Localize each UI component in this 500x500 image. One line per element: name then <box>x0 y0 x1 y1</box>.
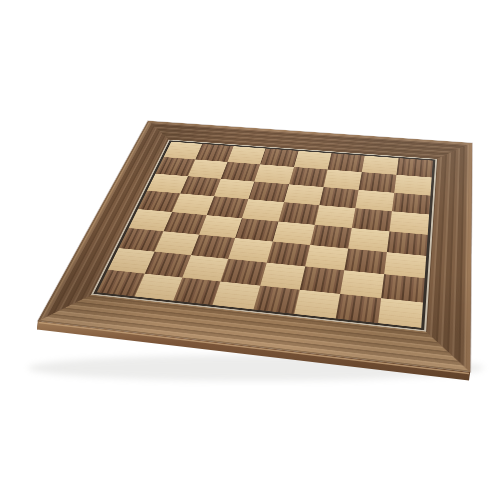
square-f1[interactable] <box>294 290 340 319</box>
square-h1[interactable] <box>378 298 423 328</box>
square-d1[interactable] <box>213 281 260 309</box>
square-e1[interactable] <box>253 285 300 314</box>
square-g1[interactable] <box>336 294 382 323</box>
product-photo-stage <box>0 0 500 500</box>
